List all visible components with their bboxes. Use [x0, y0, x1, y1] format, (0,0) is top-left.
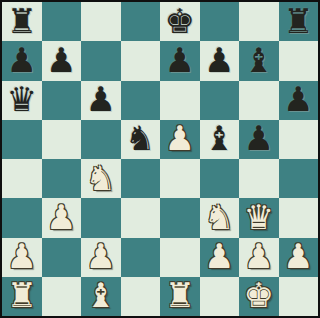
- square-a2[interactable]: ♟: [2, 238, 42, 277]
- piece-black-pawn: ♟: [165, 43, 195, 77]
- square-e1[interactable]: ♜: [160, 277, 200, 316]
- piece-white-knight: ♞: [204, 200, 234, 234]
- piece-white-bishop: ♝: [86, 278, 116, 312]
- square-a1[interactable]: ♜: [2, 277, 42, 316]
- square-d7[interactable]: [121, 41, 161, 80]
- piece-black-pawn: ♟: [86, 82, 116, 116]
- square-e3[interactable]: [160, 198, 200, 237]
- square-a6[interactable]: ♛: [2, 81, 42, 120]
- piece-black-bishop: ♝: [204, 121, 234, 155]
- square-h6[interactable]: ♟: [279, 81, 319, 120]
- square-a3[interactable]: [2, 198, 42, 237]
- square-b4[interactable]: [42, 159, 82, 198]
- square-a5[interactable]: [2, 120, 42, 159]
- piece-black-queen: ♛: [7, 82, 37, 116]
- square-f7[interactable]: ♟: [200, 41, 240, 80]
- square-e6[interactable]: [160, 81, 200, 120]
- square-f1[interactable]: [200, 277, 240, 316]
- piece-white-pawn: ♟: [46, 200, 76, 234]
- square-d5[interactable]: ♞: [121, 120, 161, 159]
- piece-black-pawn: ♟: [46, 43, 76, 77]
- piece-black-king: ♚: [165, 4, 195, 38]
- piece-white-pawn: ♟: [244, 239, 274, 273]
- square-b5[interactable]: [42, 120, 82, 159]
- square-b8[interactable]: [42, 2, 82, 41]
- square-g5[interactable]: ♟: [239, 120, 279, 159]
- piece-black-pawn: ♟: [244, 121, 274, 155]
- square-b7[interactable]: ♟: [42, 41, 82, 80]
- piece-black-rook: ♜: [283, 4, 313, 38]
- piece-black-rook: ♜: [7, 4, 37, 38]
- square-e8[interactable]: ♚: [160, 2, 200, 41]
- piece-white-knight: ♞: [86, 161, 116, 195]
- piece-black-pawn: ♟: [7, 43, 37, 77]
- square-h5[interactable]: [279, 120, 319, 159]
- piece-white-queen: ♛: [244, 200, 274, 234]
- square-g3[interactable]: ♛: [239, 198, 279, 237]
- square-d4[interactable]: [121, 159, 161, 198]
- piece-black-knight: ♞: [125, 121, 155, 155]
- piece-white-pawn: ♟: [165, 121, 195, 155]
- square-d6[interactable]: [121, 81, 161, 120]
- piece-white-pawn: ♟: [86, 239, 116, 273]
- square-d8[interactable]: [121, 2, 161, 41]
- piece-black-bishop: ♝: [244, 43, 274, 77]
- square-h8[interactable]: ♜: [279, 2, 319, 41]
- square-f3[interactable]: ♞: [200, 198, 240, 237]
- square-d3[interactable]: [121, 198, 161, 237]
- square-b1[interactable]: [42, 277, 82, 316]
- chess-board: ♜♚♜♟♟♟♟♝♛♟♟♞♟♝♟♞♟♞♛♟♟♟♟♟♜♝♜♚: [0, 0, 320, 318]
- square-g7[interactable]: ♝: [239, 41, 279, 80]
- square-f2[interactable]: ♟: [200, 238, 240, 277]
- piece-white-rook: ♜: [7, 278, 37, 312]
- square-b2[interactable]: [42, 238, 82, 277]
- square-e5[interactable]: ♟: [160, 120, 200, 159]
- chess-board-grid: ♜♚♜♟♟♟♟♝♛♟♟♞♟♝♟♞♟♞♛♟♟♟♟♟♜♝♜♚: [2, 2, 318, 316]
- square-g4[interactable]: [239, 159, 279, 198]
- square-f6[interactable]: [200, 81, 240, 120]
- square-a7[interactable]: ♟: [2, 41, 42, 80]
- square-g2[interactable]: ♟: [239, 238, 279, 277]
- square-e2[interactable]: [160, 238, 200, 277]
- piece-black-pawn: ♟: [283, 82, 313, 116]
- square-c5[interactable]: [81, 120, 121, 159]
- square-d1[interactable]: [121, 277, 161, 316]
- square-e4[interactable]: [160, 159, 200, 198]
- square-h3[interactable]: [279, 198, 319, 237]
- square-a8[interactable]: ♜: [2, 2, 42, 41]
- square-f5[interactable]: ♝: [200, 120, 240, 159]
- square-h2[interactable]: ♟: [279, 238, 319, 277]
- square-b3[interactable]: ♟: [42, 198, 82, 237]
- piece-black-pawn: ♟: [204, 43, 234, 77]
- square-h1[interactable]: [279, 277, 319, 316]
- square-c6[interactable]: ♟: [81, 81, 121, 120]
- square-c8[interactable]: [81, 2, 121, 41]
- piece-white-pawn: ♟: [7, 239, 37, 273]
- piece-white-rook: ♜: [165, 278, 195, 312]
- square-b6[interactable]: [42, 81, 82, 120]
- square-f4[interactable]: [200, 159, 240, 198]
- square-g1[interactable]: ♚: [239, 277, 279, 316]
- square-e7[interactable]: ♟: [160, 41, 200, 80]
- square-f8[interactable]: [200, 2, 240, 41]
- square-c7[interactable]: [81, 41, 121, 80]
- square-c4[interactable]: ♞: [81, 159, 121, 198]
- square-a4[interactable]: [2, 159, 42, 198]
- piece-white-king: ♚: [244, 278, 274, 312]
- square-h7[interactable]: [279, 41, 319, 80]
- square-g6[interactable]: [239, 81, 279, 120]
- square-d2[interactable]: [121, 238, 161, 277]
- square-h4[interactable]: [279, 159, 319, 198]
- square-c1[interactable]: ♝: [81, 277, 121, 316]
- square-c2[interactable]: ♟: [81, 238, 121, 277]
- piece-white-pawn: ♟: [204, 239, 234, 273]
- piece-white-pawn: ♟: [283, 239, 313, 273]
- square-c3[interactable]: [81, 198, 121, 237]
- square-g8[interactable]: [239, 2, 279, 41]
